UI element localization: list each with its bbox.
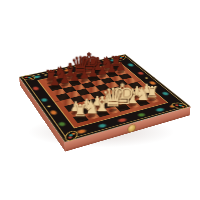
piece-white-rook: ♜ xyxy=(65,103,96,119)
clasp-icon xyxy=(128,124,135,132)
product-photo-scene: ♜♞♝♛♚♝♞♜♟♟♟♟♟♟♟♟♟♟♟♟♟♟♟♟♜♞♝♛♚♝♞♜ xyxy=(0,0,200,200)
piece-black-pawn: ♟ xyxy=(41,76,69,88)
